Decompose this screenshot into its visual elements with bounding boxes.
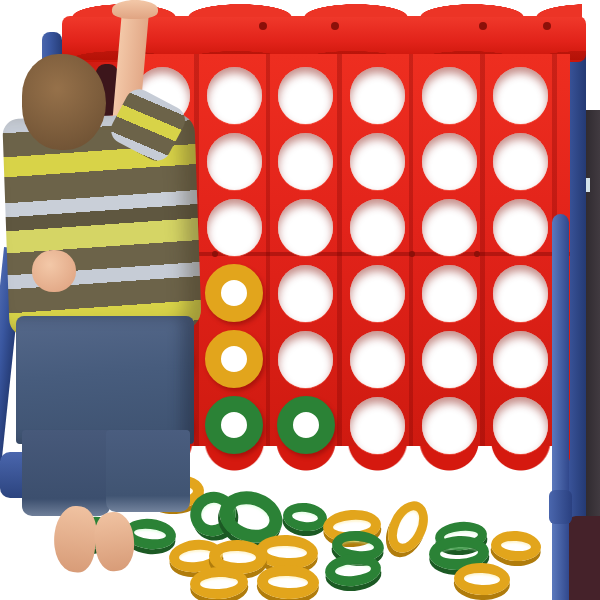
empty-hole bbox=[493, 397, 548, 454]
empty-hole bbox=[493, 331, 548, 388]
cell-r4c6[interactable] bbox=[485, 260, 557, 326]
cell-r1c6[interactable] bbox=[485, 62, 557, 128]
scene bbox=[0, 0, 600, 600]
cell-r3c4[interactable] bbox=[342, 194, 414, 260]
child-jeans bbox=[16, 316, 194, 444]
yellow-floor-ring[interactable] bbox=[490, 529, 542, 562]
empty-hole bbox=[422, 67, 477, 124]
cell-r4c4[interactable] bbox=[342, 260, 414, 326]
frame-leg-right-front bbox=[552, 214, 569, 600]
empty-hole bbox=[207, 67, 262, 124]
cell-r5c2[interactable] bbox=[199, 326, 271, 392]
cell-r2c4[interactable] bbox=[342, 128, 414, 194]
empty-hole bbox=[493, 67, 548, 124]
cell-r2c2[interactable] bbox=[199, 128, 271, 194]
child-jeans-right-leg bbox=[106, 430, 190, 512]
cell-r5c6[interactable] bbox=[485, 326, 557, 392]
yellow-ring-piece[interactable] bbox=[205, 330, 263, 388]
cell-r2c5[interactable] bbox=[413, 128, 485, 194]
empty-hole bbox=[422, 331, 477, 388]
seam-rivet bbox=[474, 251, 480, 257]
cell-r1c4[interactable] bbox=[342, 62, 414, 128]
cell-r3c2[interactable] bbox=[199, 194, 271, 260]
cell-r4c2[interactable] bbox=[199, 260, 271, 326]
empty-hole bbox=[278, 199, 333, 256]
empty-hole bbox=[493, 265, 548, 322]
cell-r5c5[interactable] bbox=[413, 326, 485, 392]
top-bar-dimple bbox=[479, 22, 487, 30]
yellow-floor-ring[interactable] bbox=[380, 495, 435, 559]
empty-hole bbox=[350, 67, 405, 124]
yellow-floor-ring[interactable] bbox=[453, 562, 510, 596]
cell-r3c3[interactable] bbox=[270, 194, 342, 260]
cell-r1c2[interactable] bbox=[199, 62, 271, 128]
cell-r4c5[interactable] bbox=[413, 260, 485, 326]
empty-hole bbox=[278, 67, 333, 124]
frame-leg-right-joint bbox=[549, 490, 572, 524]
seam-rivet bbox=[409, 251, 415, 257]
empty-hole bbox=[278, 331, 333, 388]
child-head bbox=[22, 54, 106, 150]
cell-r6c5[interactable] bbox=[413, 392, 485, 458]
empty-hole bbox=[350, 397, 405, 454]
cell-r6c6[interactable] bbox=[485, 392, 557, 458]
cell-r3c6[interactable] bbox=[485, 194, 557, 260]
cell-r6c3[interactable] bbox=[270, 392, 342, 458]
cell-r3c5[interactable] bbox=[413, 194, 485, 260]
empty-hole bbox=[207, 199, 262, 256]
green-floor-ring[interactable] bbox=[324, 552, 383, 589]
yellow-ring-piece[interactable] bbox=[205, 264, 263, 322]
empty-hole bbox=[350, 199, 405, 256]
child-right-foot bbox=[92, 510, 138, 573]
top-bar-dimple bbox=[259, 22, 267, 30]
empty-hole bbox=[422, 397, 477, 454]
top-bar-dimple bbox=[543, 22, 551, 30]
green-floor-ring[interactable] bbox=[282, 501, 329, 533]
cell-r4c3[interactable] bbox=[270, 260, 342, 326]
empty-hole bbox=[350, 133, 405, 190]
empty-hole bbox=[350, 265, 405, 322]
empty-hole bbox=[422, 133, 477, 190]
empty-hole bbox=[422, 199, 477, 256]
yellow-floor-ring[interactable] bbox=[256, 564, 319, 600]
cell-r5c4[interactable] bbox=[342, 326, 414, 392]
empty-hole bbox=[278, 133, 333, 190]
cell-r6c4[interactable] bbox=[342, 392, 414, 458]
cell-r2c3[interactable] bbox=[270, 128, 342, 194]
empty-hole bbox=[207, 133, 262, 190]
cell-r5c3[interactable] bbox=[270, 326, 342, 392]
top-bar-dimple bbox=[331, 22, 339, 30]
cell-r6c2[interactable] bbox=[199, 392, 271, 458]
seam-rivet bbox=[212, 251, 218, 257]
cell-r2c6[interactable] bbox=[485, 128, 557, 194]
child-raised-hand bbox=[112, 0, 158, 19]
green-ring-piece[interactable] bbox=[277, 396, 335, 454]
child-jeans-left-leg bbox=[22, 430, 110, 516]
empty-hole bbox=[493, 133, 548, 190]
empty-hole bbox=[278, 265, 333, 322]
child-left-hand bbox=[32, 250, 76, 292]
cell-r1c5[interactable] bbox=[413, 62, 485, 128]
empty-hole bbox=[493, 199, 548, 256]
green-ring-piece[interactable] bbox=[205, 396, 263, 454]
empty-hole bbox=[422, 265, 477, 322]
cell-r1c3[interactable] bbox=[270, 62, 342, 128]
empty-hole bbox=[350, 331, 405, 388]
